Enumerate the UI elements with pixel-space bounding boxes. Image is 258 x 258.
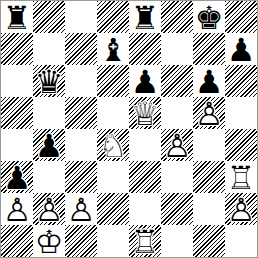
white-rook-outline-icon: ♖ [129,226,161,258]
square-g2[interactable] [193,193,225,225]
square-b5[interactable] [33,97,65,129]
piece-white-pawn-g5[interactable]: ♟♙ [193,97,225,129]
square-h3[interactable]: ♜♖ [225,161,257,193]
square-h1[interactable] [225,225,257,257]
square-h5[interactable] [225,97,257,129]
square-c7[interactable] [65,33,97,65]
black-pawn-icon: ♟ [33,130,65,162]
square-e1[interactable]: ♜♖ [129,225,161,257]
square-c2[interactable]: ♟♙ [65,193,97,225]
white-pawn-outline-icon: ♙ [193,98,225,130]
white-pawn-outline-icon: ♙ [161,130,193,162]
black-pawn-icon: ♟ [193,66,225,98]
white-pawn-outline-icon: ♙ [1,194,33,226]
white-pawn-outline-icon: ♙ [225,194,257,226]
square-g5[interactable]: ♟♙ [193,97,225,129]
piece-black-bishop-d7[interactable]: ♝ [97,33,129,65]
black-king-icon: ♚ [193,2,225,34]
square-e3[interactable] [129,161,161,193]
white-queen-outline-icon: ♕ [129,98,161,130]
square-f6[interactable] [161,65,193,97]
square-g4[interactable] [193,129,225,161]
square-b7[interactable] [33,33,65,65]
square-h4[interactable] [225,129,257,161]
square-h8[interactable] [225,1,257,33]
white-pawn-outline-icon: ♙ [33,194,65,226]
square-d4[interactable]: ♞♘ [97,129,129,161]
square-c3[interactable] [65,161,97,193]
piece-white-rook-e1[interactable]: ♜♖ [129,225,161,257]
square-e7[interactable] [129,33,161,65]
black-rook-icon: ♜ [129,2,161,34]
square-g8[interactable]: ♚ [193,1,225,33]
black-pawn-icon: ♟ [225,34,257,66]
piece-white-pawn-h2[interactable]: ♟♙ [225,193,257,225]
square-d2[interactable] [97,193,129,225]
square-a8[interactable]: ♜ [1,1,33,33]
square-h2[interactable]: ♟♙ [225,193,257,225]
square-e8[interactable]: ♜ [129,1,161,33]
square-d7[interactable]: ♝ [97,33,129,65]
white-rook-outline-icon: ♖ [225,162,257,194]
piece-white-rook-h3[interactable]: ♜♖ [225,161,257,193]
black-queen-icon: ♛ [33,66,65,98]
square-c8[interactable] [65,1,97,33]
square-b6[interactable]: ♛ [33,65,65,97]
square-e4[interactable] [129,129,161,161]
black-bishop-icon: ♝ [97,34,129,66]
square-e6[interactable]: ♟ [129,65,161,97]
piece-black-rook-a8[interactable]: ♜ [1,1,33,33]
square-b2[interactable]: ♟♙ [33,193,65,225]
piece-black-king-g8[interactable]: ♚ [193,1,225,33]
white-pawn-outline-icon: ♙ [65,194,97,226]
square-g7[interactable] [193,33,225,65]
square-c6[interactable] [65,65,97,97]
square-d8[interactable] [97,1,129,33]
square-g6[interactable]: ♟ [193,65,225,97]
piece-white-queen-e5[interactable]: ♛♕ [129,97,161,129]
black-pawn-icon: ♟ [129,66,161,98]
chess-diagram: ♜♜♚♝♟♛♟♟♛♕♟♙♟♞♘♟♙♟♜♖♟♙♟♙♟♙♟♙♚♔♜♖ [0,0,258,258]
square-c4[interactable] [65,129,97,161]
square-a3[interactable]: ♟ [1,161,33,193]
square-f7[interactable] [161,33,193,65]
square-f3[interactable] [161,161,193,193]
piece-black-pawn-b4[interactable]: ♟ [33,129,65,161]
square-e5[interactable]: ♛♕ [129,97,161,129]
white-knight-outline-icon: ♘ [97,130,129,162]
square-f4[interactable]: ♟♙ [161,129,193,161]
white-king-outline-icon: ♔ [33,226,65,258]
square-f8[interactable] [161,1,193,33]
piece-white-knight-d4[interactable]: ♞♘ [97,129,129,161]
square-a5[interactable] [1,97,33,129]
piece-black-pawn-g6[interactable]: ♟ [193,65,225,97]
square-b4[interactable]: ♟ [33,129,65,161]
square-f5[interactable] [161,97,193,129]
piece-black-queen-b6[interactable]: ♛ [33,65,65,97]
square-g3[interactable] [193,161,225,193]
square-e2[interactable] [129,193,161,225]
piece-white-king-b1[interactable]: ♚♔ [33,225,65,257]
piece-white-pawn-f4[interactable]: ♟♙ [161,129,193,161]
piece-black-pawn-e6[interactable]: ♟ [129,65,161,97]
black-pawn-icon: ♟ [1,162,33,194]
chess-board: ♜♜♚♝♟♛♟♟♛♕♟♙♟♞♘♟♙♟♜♖♟♙♟♙♟♙♟♙♚♔♜♖ [0,0,258,258]
square-a7[interactable] [1,33,33,65]
piece-black-rook-e8[interactable]: ♜ [129,1,161,33]
square-d1[interactable] [97,225,129,257]
piece-white-pawn-a2[interactable]: ♟♙ [1,193,33,225]
square-g1[interactable] [193,225,225,257]
square-d3[interactable] [97,161,129,193]
square-h7[interactable]: ♟ [225,33,257,65]
square-a2[interactable]: ♟♙ [1,193,33,225]
square-h6[interactable] [225,65,257,97]
square-d6[interactable] [97,65,129,97]
piece-black-pawn-h7[interactable]: ♟ [225,33,257,65]
piece-white-pawn-b2[interactable]: ♟♙ [33,193,65,225]
black-rook-icon: ♜ [1,2,33,34]
square-c1[interactable] [65,225,97,257]
square-c5[interactable] [65,97,97,129]
square-b3[interactable] [33,161,65,193]
square-a1[interactable] [1,225,33,257]
square-d5[interactable] [97,97,129,129]
square-f1[interactable] [161,225,193,257]
square-b1[interactable]: ♚♔ [33,225,65,257]
piece-white-pawn-c2[interactable]: ♟♙ [65,193,97,225]
square-a6[interactable] [1,65,33,97]
piece-black-pawn-a3[interactable]: ♟ [1,161,33,193]
square-a4[interactable] [1,129,33,161]
square-f2[interactable] [161,193,193,225]
square-b8[interactable] [33,1,65,33]
